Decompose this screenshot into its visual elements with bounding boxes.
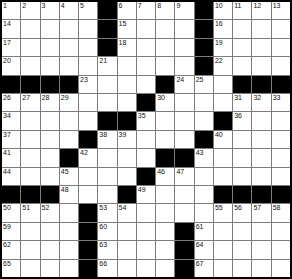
- cell-r1-c4[interactable]: 4: [60, 2, 78, 19]
- cell-r4-c12[interactable]: 22: [214, 57, 232, 74]
- black-square-r5-c4: [60, 76, 78, 93]
- cell-r3-c12[interactable]: 19: [214, 39, 232, 56]
- cell-r5-c6[interactable]: [98, 76, 116, 93]
- cell-r15-c2[interactable]: [21, 260, 39, 277]
- cell-r9-c14[interactable]: [252, 149, 270, 166]
- cell-r8-c3[interactable]: [41, 131, 59, 148]
- cell-r11-c10[interactable]: [175, 186, 193, 203]
- black-square-r11-c15: [272, 186, 290, 203]
- cell-r7-c2[interactable]: [21, 112, 39, 129]
- clue-number-4: 4: [61, 2, 65, 10]
- cell-r12-c14[interactable]: 57: [252, 204, 270, 221]
- clue-number-8: 8: [157, 2, 161, 10]
- clue-number-42: 42: [80, 149, 88, 157]
- clue-number-15: 15: [119, 20, 127, 28]
- clue-number-59: 59: [3, 223, 11, 231]
- cell-r9-c2[interactable]: [21, 149, 39, 166]
- cell-r4-c6[interactable]: 21: [98, 57, 116, 74]
- cell-r8-c10[interactable]: [175, 131, 193, 148]
- cell-r12-c13[interactable]: 56: [233, 204, 251, 221]
- cell-r6-c5[interactable]: [79, 94, 97, 111]
- clue-number-41: 41: [3, 149, 11, 157]
- cell-r1-c15[interactable]: 13: [272, 2, 290, 19]
- cell-r2-c13[interactable]: [233, 20, 251, 37]
- clue-number-24: 24: [176, 76, 184, 84]
- cell-r8-c1[interactable]: 37: [2, 131, 20, 148]
- cell-r6-c15[interactable]: 33: [272, 94, 290, 111]
- clue-number-48: 48: [61, 186, 69, 194]
- cell-r12-c9[interactable]: [156, 204, 174, 221]
- cell-r6-c4[interactable]: 29: [60, 94, 78, 111]
- clue-number-60: 60: [99, 223, 107, 231]
- cell-r8-c14[interactable]: [252, 131, 270, 148]
- cell-r7-c4[interactable]: [60, 112, 78, 129]
- clue-number-55: 55: [215, 204, 223, 212]
- clue-number-22: 22: [215, 57, 223, 65]
- cell-r14-c2[interactable]: [21, 241, 39, 258]
- cell-r12-c8[interactable]: [137, 204, 155, 221]
- clue-number-26: 26: [3, 94, 11, 102]
- clue-number-46: 46: [157, 168, 165, 176]
- cell-r12-c3[interactable]: 52: [41, 204, 59, 221]
- cell-r7-c13[interactable]: 36: [233, 112, 251, 129]
- clue-number-61: 61: [196, 223, 204, 231]
- clue-number-23: 23: [80, 76, 88, 84]
- black-square-r7-c6: [98, 112, 116, 129]
- clue-number-37: 37: [3, 131, 11, 139]
- cell-r3-c1[interactable]: 17: [2, 39, 20, 56]
- cell-r13-c3[interactable]: [41, 223, 59, 240]
- cell-r4-c15[interactable]: [272, 57, 290, 74]
- black-square-r8-c5: [79, 131, 97, 148]
- cell-r6-c7[interactable]: [118, 94, 136, 111]
- cell-r1-c3[interactable]: 3: [41, 2, 59, 19]
- clue-number-31: 31: [234, 94, 242, 102]
- black-square-r9-c9: [156, 149, 174, 166]
- cell-r7-c14[interactable]: [252, 112, 270, 129]
- black-square-r11-c1: [2, 186, 20, 203]
- clue-number-9: 9: [176, 2, 180, 10]
- cell-r5-c10[interactable]: 24: [175, 76, 193, 93]
- cell-r10-c13[interactable]: [233, 168, 251, 185]
- cell-r12-c4[interactable]: [60, 204, 78, 221]
- clue-number-21: 21: [99, 57, 107, 65]
- cell-r9-c5[interactable]: 42: [79, 149, 97, 166]
- clue-number-12: 12: [253, 2, 261, 10]
- cell-r12-c11[interactable]: [195, 204, 213, 221]
- cell-r2-c14[interactable]: [252, 20, 270, 37]
- cell-r14-c9[interactable]: [156, 241, 174, 258]
- black-square-r11-c3: [41, 186, 59, 203]
- cell-r3-c14[interactable]: [252, 39, 270, 56]
- clue-number-64: 64: [196, 241, 204, 249]
- clue-number-29: 29: [61, 94, 69, 102]
- cell-r6-c1[interactable]: 26: [2, 94, 20, 111]
- cell-r13-c1[interactable]: 59: [2, 223, 20, 240]
- cell-r10-c3[interactable]: [41, 168, 59, 185]
- cell-r5-c12[interactable]: [214, 76, 232, 93]
- cell-r4-c2[interactable]: [21, 57, 39, 74]
- cell-r9-c15[interactable]: [272, 149, 290, 166]
- cell-r1-c12[interactable]: 10: [214, 2, 232, 19]
- cell-r7-c1[interactable]: 34: [2, 112, 20, 129]
- black-square-r2-c6: [98, 20, 116, 37]
- cell-r9-c12[interactable]: [214, 149, 232, 166]
- clue-number-25: 25: [196, 76, 204, 84]
- cell-r15-c3[interactable]: [41, 260, 59, 277]
- cell-r8-c9[interactable]: [156, 131, 174, 148]
- cell-r14-c4[interactable]: [60, 241, 78, 258]
- cell-r2-c4[interactable]: [60, 20, 78, 37]
- clue-number-51: 51: [22, 204, 30, 212]
- cell-r3-c15[interactable]: [272, 39, 290, 56]
- black-square-r11-c7: [118, 186, 136, 203]
- cell-r11-c6[interactable]: [98, 186, 116, 203]
- clue-number-32: 32: [253, 94, 261, 102]
- black-square-r13-c5: [79, 223, 97, 240]
- cell-r3-c5[interactable]: [79, 39, 97, 56]
- cell-r6-c11[interactable]: [195, 94, 213, 111]
- clue-number-36: 36: [234, 112, 242, 120]
- cell-r3-c2[interactable]: [21, 39, 39, 56]
- cell-r13-c2[interactable]: [21, 223, 39, 240]
- clue-number-53: 53: [99, 204, 107, 212]
- cell-r12-c1[interactable]: 50: [2, 204, 20, 221]
- black-square-r3-c11: [195, 39, 213, 56]
- clue-number-52: 52: [42, 204, 50, 212]
- clue-number-67: 67: [196, 260, 204, 268]
- cell-r12-c6[interactable]: 53: [98, 204, 116, 221]
- cell-r5-c5[interactable]: 23: [79, 76, 97, 93]
- cell-r5-c11[interactable]: 25: [195, 76, 213, 93]
- clue-number-66: 66: [99, 260, 107, 268]
- clue-number-65: 65: [3, 260, 11, 268]
- cell-r14-c15[interactable]: [272, 241, 290, 258]
- black-square-r1-c11: [195, 2, 213, 19]
- cell-r8-c4[interactable]: [60, 131, 78, 148]
- cell-r13-c11[interactable]: 61: [195, 223, 213, 240]
- clue-number-17: 17: [3, 39, 11, 47]
- cell-r8-c13[interactable]: [233, 131, 251, 148]
- cell-r8-c7[interactable]: 39: [118, 131, 136, 148]
- cell-r4-c14[interactable]: [252, 57, 270, 74]
- cell-r1-c1[interactable]: 1: [2, 2, 20, 19]
- black-square-r7-c12: [214, 112, 232, 129]
- cell-r4-c13[interactable]: [233, 57, 251, 74]
- clue-number-30: 30: [157, 94, 165, 102]
- clue-number-18: 18: [119, 39, 127, 47]
- cell-r1-c9[interactable]: 8: [156, 2, 174, 19]
- cell-r14-c8[interactable]: [137, 241, 155, 258]
- cell-r4-c10[interactable]: [175, 57, 193, 74]
- cell-r13-c4[interactable]: [60, 223, 78, 240]
- cell-r11-c4[interactable]: 48: [60, 186, 78, 203]
- clue-number-1: 1: [3, 2, 7, 10]
- cell-r13-c9[interactable]: [156, 223, 174, 240]
- clue-number-2: 2: [22, 2, 26, 10]
- black-square-r11-c13: [233, 186, 251, 203]
- cell-r3-c10[interactable]: [175, 39, 193, 56]
- clue-number-11: 11: [234, 2, 241, 10]
- cell-r7-c9[interactable]: [156, 112, 174, 129]
- cell-r3-c4[interactable]: [60, 39, 78, 56]
- black-square-r4-c11: [195, 57, 213, 74]
- cell-r6-c12[interactable]: [214, 94, 232, 111]
- cell-r4-c3[interactable]: [41, 57, 59, 74]
- black-square-r9-c4: [60, 149, 78, 166]
- cell-r3-c13[interactable]: [233, 39, 251, 56]
- cell-r6-c2[interactable]: 27: [21, 94, 39, 111]
- clue-number-63: 63: [99, 241, 107, 249]
- cell-r14-c13[interactable]: [233, 241, 251, 258]
- cell-r10-c2[interactable]: [21, 168, 39, 185]
- cell-r1-c13[interactable]: 11: [233, 2, 251, 19]
- cell-r14-c14[interactable]: [252, 241, 270, 258]
- cell-r15-c12[interactable]: [214, 260, 232, 277]
- cell-r2-c7[interactable]: 15: [118, 20, 136, 37]
- cell-r14-c1[interactable]: 62: [2, 241, 20, 258]
- cell-r7-c3[interactable]: [41, 112, 59, 129]
- cell-r15-c8[interactable]: [137, 260, 155, 277]
- cell-r3-c8[interactable]: [137, 39, 155, 56]
- cell-r10-c9[interactable]: 46: [156, 168, 174, 185]
- cell-r11-c11[interactable]: [195, 186, 213, 203]
- cell-r10-c14[interactable]: [252, 168, 270, 185]
- black-square-r5-c3: [41, 76, 59, 93]
- clue-number-47: 47: [176, 168, 184, 176]
- black-square-r11-c12: [214, 186, 232, 203]
- clue-number-10: 10: [215, 2, 223, 10]
- clue-number-58: 58: [273, 204, 281, 212]
- cell-r6-c14[interactable]: 32: [252, 94, 270, 111]
- cell-r4-c5[interactable]: [79, 57, 97, 74]
- cell-r2-c15[interactable]: [272, 20, 290, 37]
- cell-r14-c3[interactable]: [41, 241, 59, 258]
- black-square-r2-c11: [195, 20, 213, 37]
- cell-r1-c7[interactable]: 6: [118, 2, 136, 19]
- black-square-r7-c7: [118, 112, 136, 129]
- cell-r3-c3[interactable]: [41, 39, 59, 56]
- cell-r15-c15[interactable]: [272, 260, 290, 277]
- black-square-r5-c14: [252, 76, 270, 93]
- cell-r13-c7[interactable]: [118, 223, 136, 240]
- cell-r11-c5[interactable]: [79, 186, 97, 203]
- cell-r2-c10[interactable]: [175, 20, 193, 37]
- clue-number-7: 7: [138, 2, 142, 10]
- black-square-r5-c9: [156, 76, 174, 93]
- cell-r9-c3[interactable]: [41, 149, 59, 166]
- cell-r2-c12[interactable]: 16: [214, 20, 232, 37]
- cell-r1-c10[interactable]: 9: [175, 2, 193, 19]
- clue-number-3: 3: [42, 2, 46, 10]
- cell-r4-c1[interactable]: 20: [2, 57, 20, 74]
- clue-number-14: 14: [3, 20, 11, 28]
- clue-number-56: 56: [234, 204, 242, 212]
- cell-r10-c7[interactable]: [118, 168, 136, 185]
- black-square-r13-c10: [175, 223, 193, 240]
- black-square-r5-c13: [233, 76, 251, 93]
- black-square-r15-c10: [175, 260, 193, 277]
- clue-number-39: 39: [119, 131, 127, 139]
- cell-r4-c9[interactable]: [156, 57, 174, 74]
- clue-number-19: 19: [215, 39, 223, 47]
- cell-r12-c12[interactable]: 55: [214, 204, 232, 221]
- cell-r9-c8[interactable]: [137, 149, 155, 166]
- black-square-r15-c5: [79, 260, 97, 277]
- cell-r15-c1[interactable]: 65: [2, 260, 20, 277]
- cell-r1-c5[interactable]: 5: [79, 2, 97, 19]
- black-square-r5-c1: [2, 76, 20, 93]
- crossword-puzzle: 1234567891011121314151617181920212223242…: [0, 0, 292, 279]
- cell-r13-c12[interactable]: [214, 223, 232, 240]
- cell-r8-c12[interactable]: 40: [214, 131, 232, 148]
- clue-number-43: 43: [196, 149, 204, 157]
- cell-r10-c4[interactable]: 45: [60, 168, 78, 185]
- clue-number-33: 33: [273, 94, 281, 102]
- cell-r4-c4[interactable]: [60, 57, 78, 74]
- black-square-r9-c10: [175, 149, 193, 166]
- clue-number-35: 35: [138, 112, 146, 120]
- cell-r14-c6[interactable]: 63: [98, 241, 116, 258]
- cell-r8-c8[interactable]: [137, 131, 155, 148]
- clue-number-38: 38: [99, 131, 107, 139]
- cell-r9-c13[interactable]: [233, 149, 251, 166]
- cell-r10-c1[interactable]: 44: [2, 168, 20, 185]
- cell-r15-c6[interactable]: 66: [98, 260, 116, 277]
- cell-r3-c9[interactable]: [156, 39, 174, 56]
- cell-r5-c8[interactable]: [137, 76, 155, 93]
- cell-r11-c8[interactable]: 49: [137, 186, 155, 203]
- cell-r7-c15[interactable]: [272, 112, 290, 129]
- black-square-r6-c8: [137, 94, 155, 111]
- clue-number-28: 28: [42, 94, 50, 102]
- black-square-r5-c2: [21, 76, 39, 93]
- cell-r10-c6[interactable]: [98, 168, 116, 185]
- cell-r2-c1[interactable]: 14: [2, 20, 20, 37]
- clue-number-20: 20: [3, 57, 11, 65]
- cell-r15-c13[interactable]: [233, 260, 251, 277]
- cell-r1-c2[interactable]: 2: [21, 2, 39, 19]
- black-square-r5-c15: [272, 76, 290, 93]
- cell-r10-c5[interactable]: [79, 168, 97, 185]
- cell-r10-c15[interactable]: [272, 168, 290, 185]
- clue-number-54: 54: [119, 204, 127, 212]
- cell-r15-c4[interactable]: [60, 260, 78, 277]
- cell-r4-c7[interactable]: [118, 57, 136, 74]
- black-square-r10-c8: [137, 168, 155, 185]
- cell-r10-c11[interactable]: [195, 168, 213, 185]
- cell-r7-c11[interactable]: [195, 112, 213, 129]
- cell-r13-c14[interactable]: [252, 223, 270, 240]
- cell-r6-c13[interactable]: 31: [233, 94, 251, 111]
- cell-r2-c8[interactable]: [137, 20, 155, 37]
- cell-r14-c11[interactable]: 64: [195, 241, 213, 258]
- clue-number-50: 50: [3, 204, 11, 212]
- black-square-r8-c11: [195, 131, 213, 148]
- clue-number-5: 5: [80, 2, 84, 10]
- clue-number-13: 13: [273, 2, 281, 10]
- black-square-r11-c14: [252, 186, 270, 203]
- clue-number-57: 57: [253, 204, 261, 212]
- clue-number-44: 44: [3, 168, 11, 176]
- black-square-r1-c6: [98, 2, 116, 19]
- black-square-r14-c5: [79, 241, 97, 258]
- cell-r12-c15[interactable]: 58: [272, 204, 290, 221]
- cell-r13-c15[interactable]: [272, 223, 290, 240]
- cell-r15-c11[interactable]: 67: [195, 260, 213, 277]
- cell-r7-c5[interactable]: [79, 112, 97, 129]
- cell-r6-c6[interactable]: [98, 94, 116, 111]
- cell-r13-c13[interactable]: [233, 223, 251, 240]
- cell-r2-c9[interactable]: [156, 20, 174, 37]
- clue-number-34: 34: [3, 112, 11, 120]
- cell-r10-c12[interactable]: [214, 168, 232, 185]
- cell-r1-c8[interactable]: 7: [137, 2, 155, 19]
- cell-r2-c5[interactable]: [79, 20, 97, 37]
- cell-r7-c10[interactable]: [175, 112, 193, 129]
- clue-number-49: 49: [138, 186, 146, 194]
- cell-r5-c7[interactable]: [118, 76, 136, 93]
- cell-r10-c10[interactable]: 47: [175, 168, 193, 185]
- cell-r9-c7[interactable]: [118, 149, 136, 166]
- cell-r8-c2[interactable]: [21, 131, 39, 148]
- cell-r8-c6[interactable]: 38: [98, 131, 116, 148]
- cell-r2-c2[interactable]: [21, 20, 39, 37]
- cell-r1-c14[interactable]: 12: [252, 2, 270, 19]
- cell-r3-c7[interactable]: 18: [118, 39, 136, 56]
- cell-r14-c7[interactable]: [118, 241, 136, 258]
- clue-number-6: 6: [119, 2, 123, 10]
- cell-r6-c9[interactable]: 30: [156, 94, 174, 111]
- clue-number-40: 40: [215, 131, 223, 139]
- clue-number-62: 62: [3, 241, 11, 249]
- cell-r14-c12[interactable]: [214, 241, 232, 258]
- black-square-r11-c2: [21, 186, 39, 203]
- cell-r12-c7[interactable]: 54: [118, 204, 136, 221]
- cell-r15-c14[interactable]: [252, 260, 270, 277]
- cell-r7-c8[interactable]: 35: [137, 112, 155, 129]
- cell-r6-c10[interactable]: [175, 94, 193, 111]
- black-square-r12-c5: [79, 204, 97, 221]
- cell-r2-c3[interactable]: [41, 20, 59, 37]
- cell-r12-c2[interactable]: 51: [21, 204, 39, 221]
- clue-number-16: 16: [215, 20, 223, 28]
- cell-r8-c15[interactable]: [272, 131, 290, 148]
- cell-r9-c1[interactable]: 41: [2, 149, 20, 166]
- clue-number-45: 45: [61, 168, 69, 176]
- black-square-r3-c6: [98, 39, 116, 56]
- cell-r13-c8[interactable]: [137, 223, 155, 240]
- cell-r9-c6[interactable]: [98, 149, 116, 166]
- cell-r11-c9[interactable]: [156, 186, 174, 203]
- clue-number-27: 27: [22, 94, 30, 102]
- crossword-grid: 1234567891011121314151617181920212223242…: [0, 0, 292, 279]
- black-square-r14-c10: [175, 241, 193, 258]
- cell-r6-c3[interactable]: 28: [41, 94, 59, 111]
- cell-r13-c6[interactable]: 60: [98, 223, 116, 240]
- cell-r15-c9[interactable]: [156, 260, 174, 277]
- cell-r9-c11[interactable]: 43: [195, 149, 213, 166]
- cell-r12-c10[interactable]: [175, 204, 193, 221]
- cell-r15-c7[interactable]: [118, 260, 136, 277]
- cell-r4-c8[interactable]: [137, 57, 155, 74]
